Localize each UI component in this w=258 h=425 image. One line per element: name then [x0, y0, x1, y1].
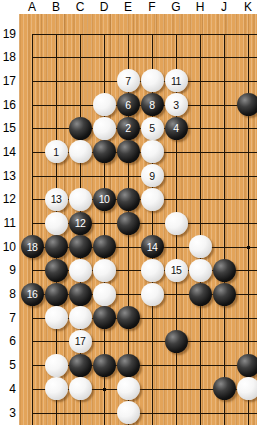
- grid-line-horizontal: [32, 413, 257, 414]
- white-stone-F13[interactable]: 9: [141, 164, 164, 187]
- white-stone-C12[interactable]: [69, 188, 92, 211]
- black-stone-B10[interactable]: [45, 235, 68, 258]
- black-stone-C10[interactable]: [69, 235, 92, 258]
- row-label-15: 15: [0, 121, 16, 135]
- black-stone-E11[interactable]: [117, 212, 140, 235]
- grid-line-vertical: [200, 34, 201, 425]
- go-board-diagram: ABCDEFGHJK 191817161514131211109876543 7…: [0, 0, 257, 425]
- column-label-A: A: [24, 0, 40, 14]
- star-point-K10: [247, 246, 250, 249]
- black-stone-A10[interactable]: 18: [21, 235, 44, 258]
- move-number: 8: [149, 99, 154, 111]
- white-stone-D16[interactable]: [93, 93, 116, 116]
- column-label-F: F: [144, 0, 160, 14]
- black-stone-B8[interactable]: [45, 283, 68, 306]
- white-stone-G9[interactable]: 15: [165, 259, 188, 282]
- white-stone-H9[interactable]: [189, 259, 212, 282]
- grid-line-vertical: [32, 34, 33, 425]
- move-number: 18: [27, 241, 38, 253]
- column-label-D: D: [96, 0, 112, 14]
- black-stone-E5[interactable]: [117, 354, 140, 377]
- white-stone-B4[interactable]: [45, 377, 68, 400]
- row-label-9: 9: [0, 263, 16, 277]
- white-stone-G11[interactable]: [165, 212, 188, 235]
- column-label-E: E: [120, 0, 136, 14]
- white-stone-C4[interactable]: [69, 377, 92, 400]
- row-label-14: 14: [0, 145, 16, 159]
- move-number: 1: [53, 146, 58, 158]
- black-stone-K5[interactable]: [237, 354, 258, 377]
- black-stone-J4[interactable]: [213, 377, 236, 400]
- column-label-J: J: [216, 0, 232, 14]
- row-label-10: 10: [0, 240, 16, 254]
- column-label-G: G: [168, 0, 184, 14]
- row-label-6: 6: [0, 334, 16, 348]
- black-stone-D7[interactable]: [93, 306, 116, 329]
- column-label-C: C: [72, 0, 88, 14]
- row-label-19: 19: [0, 27, 16, 41]
- white-stone-D8[interactable]: [93, 283, 116, 306]
- black-stone-D10[interactable]: [93, 235, 116, 258]
- black-stone-C11[interactable]: 12: [69, 212, 92, 235]
- black-stone-C8[interactable]: [69, 283, 92, 306]
- star-point-D4: [103, 388, 106, 391]
- black-stone-H8[interactable]: [189, 283, 212, 306]
- black-stone-C5[interactable]: [69, 354, 92, 377]
- black-stone-D12[interactable]: 10: [93, 188, 116, 211]
- white-stone-F12[interactable]: [141, 188, 164, 211]
- white-stone-B7[interactable]: [45, 306, 68, 329]
- move-number: 13: [51, 193, 62, 205]
- white-stone-F14[interactable]: [141, 140, 164, 163]
- black-stone-A8[interactable]: 16: [21, 283, 44, 306]
- white-stone-B5[interactable]: [45, 354, 68, 377]
- white-stone-E4[interactable]: [117, 377, 140, 400]
- move-number: 17: [75, 335, 86, 347]
- black-stone-F16[interactable]: 8: [141, 93, 164, 116]
- white-stone-B11[interactable]: [45, 212, 68, 235]
- white-stone-H10[interactable]: [189, 235, 212, 258]
- black-stone-F10[interactable]: 14: [141, 235, 164, 258]
- black-stone-K16[interactable]: [237, 93, 258, 116]
- grid-line-horizontal: [32, 57, 257, 58]
- move-number: 6: [125, 99, 130, 111]
- white-stone-D9[interactable]: [93, 259, 116, 282]
- black-stone-J9[interactable]: [213, 259, 236, 282]
- move-number: 2: [125, 122, 130, 134]
- black-stone-E14[interactable]: [117, 140, 140, 163]
- white-stone-F15[interactable]: 5: [141, 117, 164, 140]
- white-stone-C7[interactable]: [69, 306, 92, 329]
- black-stone-J8[interactable]: [213, 283, 236, 306]
- move-number: 5: [149, 122, 154, 134]
- white-stone-D15[interactable]: [93, 117, 116, 140]
- black-stone-E15[interactable]: 2: [117, 117, 140, 140]
- black-stone-E7[interactable]: [117, 306, 140, 329]
- black-stone-G15[interactable]: 4: [165, 117, 188, 140]
- move-number: 7: [125, 75, 130, 87]
- move-number: 14: [147, 241, 158, 253]
- row-label-11: 11: [0, 216, 16, 230]
- row-label-7: 7: [0, 311, 16, 325]
- white-stone-G16[interactable]: 3: [165, 93, 188, 116]
- white-stone-F17[interactable]: [141, 69, 164, 92]
- black-stone-B9[interactable]: [45, 259, 68, 282]
- white-stone-E3[interactable]: [117, 401, 140, 424]
- white-stone-B14[interactable]: 1: [45, 140, 68, 163]
- row-label-4: 4: [0, 382, 16, 396]
- column-label-B: B: [48, 0, 64, 14]
- move-number: 10: [99, 193, 110, 205]
- move-number: 12: [75, 217, 86, 229]
- white-stone-F8[interactable]: [141, 283, 164, 306]
- black-stone-D5[interactable]: [93, 354, 116, 377]
- move-number: 3: [173, 99, 178, 111]
- black-stone-C15[interactable]: [69, 117, 92, 140]
- white-stone-E17[interactable]: 7: [117, 69, 140, 92]
- white-stone-C9[interactable]: [69, 259, 92, 282]
- white-stone-C6[interactable]: 17: [69, 330, 92, 353]
- white-stone-F9[interactable]: [141, 259, 164, 282]
- black-stone-D14[interactable]: [93, 140, 116, 163]
- row-label-13: 13: [0, 169, 16, 183]
- row-label-5: 5: [0, 358, 16, 372]
- move-number: 16: [27, 288, 38, 300]
- grid-line-horizontal: [32, 34, 257, 35]
- grid-line-vertical: [224, 34, 225, 425]
- row-label-8: 8: [0, 287, 16, 301]
- row-label-12: 12: [0, 192, 16, 206]
- move-number: 15: [171, 264, 182, 276]
- black-stone-G6[interactable]: [165, 330, 188, 353]
- black-stone-E16[interactable]: 6: [117, 93, 140, 116]
- white-stone-C14[interactable]: [69, 140, 92, 163]
- grid-line-horizontal: [32, 341, 257, 342]
- move-number: 11: [171, 75, 181, 87]
- row-label-17: 17: [0, 74, 16, 88]
- black-stone-E12[interactable]: [117, 188, 140, 211]
- column-label-K: K: [240, 0, 256, 14]
- white-stone-B12[interactable]: 13: [45, 188, 68, 211]
- column-label-H: H: [192, 0, 208, 14]
- white-stone-G17[interactable]: 11: [165, 69, 188, 92]
- move-number: 4: [173, 122, 178, 134]
- row-label-3: 3: [0, 406, 16, 420]
- move-number: 9: [149, 170, 154, 182]
- row-label-16: 16: [0, 98, 16, 112]
- row-label-18: 18: [0, 50, 16, 64]
